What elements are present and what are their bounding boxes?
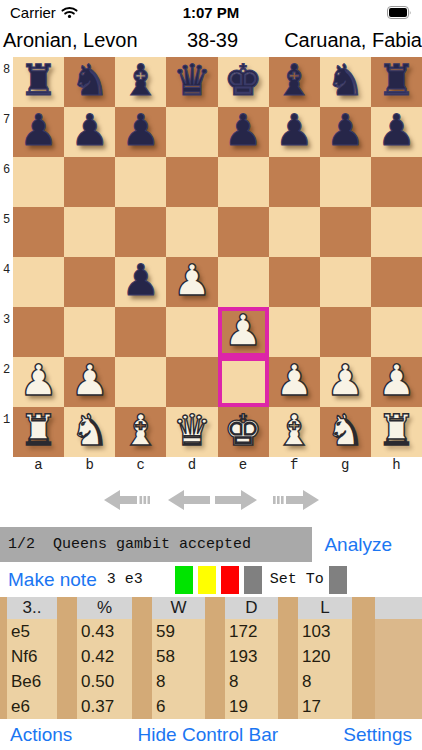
- square-h2[interactable]: ♟: [371, 357, 422, 407]
- rank-label-3: 3: [0, 307, 13, 357]
- black-pawn-a7: ♟: [19, 109, 58, 152]
- moves-table-header: 3..%WDL: [0, 597, 422, 619]
- white-pawn-h2: ♟: [377, 359, 416, 402]
- moves-table-row-Nf6[interactable]: Nf60.4258193120: [0, 644, 422, 669]
- square-e2[interactable]: [218, 357, 269, 407]
- square-e7[interactable]: ♟: [218, 107, 269, 157]
- table-gutter: [57, 644, 77, 669]
- square-e3[interactable]: ♟: [218, 307, 269, 357]
- white-pawn-a2: ♟: [19, 359, 58, 402]
- rank-label-8: 8: [0, 57, 13, 107]
- black-bishop-f8: ♝: [275, 59, 314, 102]
- square-c3[interactable]: [115, 307, 166, 357]
- square-a5[interactable]: [13, 207, 64, 257]
- analyze-button[interactable]: Analyze: [324, 527, 392, 562]
- square-f5[interactable]: [269, 207, 320, 257]
- square-c4[interactable]: ♟: [115, 257, 166, 307]
- square-a6[interactable]: [13, 157, 64, 207]
- square-d8[interactable]: ♛: [166, 57, 217, 107]
- table-gutter: [278, 597, 298, 619]
- board-area: 87654321 ♜♞♝♛♚♝♞♜♟♟♟♟♟♟♟♟♟♟♟♟♟♟♟♜♞♝♛♚♝♞♜: [0, 57, 422, 457]
- square-c7[interactable]: ♟: [115, 107, 166, 157]
- square-c1[interactable]: ♝: [115, 407, 166, 457]
- square-c5[interactable]: [115, 207, 166, 257]
- square-b7[interactable]: ♟: [64, 107, 115, 157]
- table-cell: [375, 619, 422, 644]
- square-h5[interactable]: [371, 207, 422, 257]
- moves-table-row-Be6[interactable]: Be60.50888: [0, 669, 422, 694]
- table-cell: 8: [298, 669, 352, 694]
- table-gutter: [132, 694, 152, 719]
- white-pawn-d4: ♟: [173, 259, 212, 302]
- marker-color-1[interactable]: [198, 566, 216, 594]
- column-header-2: W: [152, 597, 205, 619]
- battery-icon: [387, 6, 412, 19]
- table-gutter: [57, 619, 77, 644]
- white-knight-g1: ♞: [326, 409, 365, 452]
- table-gutter: [205, 619, 225, 644]
- black-pawn-e7: ♟: [224, 109, 263, 152]
- black-rook-h8: ♜: [377, 59, 416, 102]
- table-gutter: [205, 694, 225, 719]
- rank-label-4: 4: [0, 257, 13, 307]
- square-f6[interactable]: [269, 157, 320, 207]
- hide-control-bar-button[interactable]: Hide Control Bar: [72, 724, 343, 746]
- table-gutter: [352, 644, 375, 669]
- square-d3[interactable]: [166, 307, 217, 357]
- black-pawn-c4: ♟: [122, 259, 161, 302]
- square-d7[interactable]: [166, 107, 217, 157]
- table-gutter: [278, 669, 298, 694]
- square-d6[interactable]: [166, 157, 217, 207]
- square-f3[interactable]: [269, 307, 320, 357]
- square-g7[interactable]: ♟: [320, 107, 371, 157]
- square-g5[interactable]: [320, 207, 371, 257]
- file-label-a: a: [13, 457, 64, 473]
- table-gutter: [132, 669, 152, 694]
- square-h7[interactable]: ♟: [371, 107, 422, 157]
- white-rook-a1: ♜: [19, 409, 58, 452]
- black-king-e8: ♚: [224, 59, 263, 102]
- square-g2[interactable]: ♟: [320, 357, 371, 407]
- file-label-c: c: [115, 457, 166, 473]
- square-d2[interactable]: [166, 357, 217, 407]
- opening-bar: 1/2 Queens gambit accepted: [0, 527, 312, 562]
- table-cell: 19: [225, 694, 278, 719]
- square-g4[interactable]: [320, 257, 371, 307]
- table-gutter: [132, 644, 152, 669]
- black-rook-a8: ♜: [19, 59, 58, 102]
- table-cell: 0.37: [77, 694, 132, 719]
- table-gutter: [205, 644, 225, 669]
- game-result: 1/2: [0, 536, 35, 553]
- black-pawn-h7: ♟: [377, 109, 416, 152]
- move-navigation: [0, 473, 422, 527]
- note-row: Make note 3 e3 Set To: [0, 562, 422, 597]
- settings-button[interactable]: Settings: [343, 724, 412, 746]
- black-bishop-c8: ♝: [122, 59, 161, 102]
- rank-label-6: 6: [0, 157, 13, 207]
- black-pawn-g7: ♟: [326, 109, 365, 152]
- square-c6[interactable]: [115, 157, 166, 207]
- file-label-b: b: [64, 457, 115, 473]
- table-cell: 120: [298, 644, 352, 669]
- table-gutter: [352, 597, 375, 619]
- black-queen-d8: ♛: [173, 59, 212, 102]
- bottom-bar: Actions Hide Control Bar Settings: [0, 719, 422, 750]
- file-label-e: e: [218, 457, 269, 473]
- set-to-label: Set To: [270, 571, 324, 588]
- table-gutter: [0, 694, 7, 719]
- square-d1[interactable]: ♛: [166, 407, 217, 457]
- square-a7[interactable]: ♟: [13, 107, 64, 157]
- square-h3[interactable]: [371, 307, 422, 357]
- table-gutter: [278, 694, 298, 719]
- square-a3[interactable]: [13, 307, 64, 357]
- table-cell: 6: [152, 694, 205, 719]
- black-knight-g8: ♞: [326, 59, 365, 102]
- white-king-e1: ♚: [224, 409, 263, 452]
- square-b3[interactable]: [64, 307, 115, 357]
- white-pawn-f2: ♟: [275, 359, 314, 402]
- square-b2[interactable]: ♟: [64, 357, 115, 407]
- square-e4[interactable]: [218, 257, 269, 307]
- white-rook-h1: ♜: [377, 409, 416, 452]
- file-label-d: d: [166, 457, 217, 473]
- table-cell: 172: [225, 619, 278, 644]
- square-e5[interactable]: [218, 207, 269, 257]
- black-knight-b8: ♞: [70, 59, 109, 102]
- square-a8[interactable]: ♜: [13, 57, 64, 107]
- marker-color-buttons: [175, 566, 267, 594]
- set-to-color-button[interactable]: [329, 566, 347, 594]
- jump-to-end-button[interactable]: [273, 488, 319, 512]
- game-header: Aronian, Levon 38-39 Caruana, Fabia: [0, 24, 422, 57]
- white-pawn-e3: ♟: [224, 309, 263, 352]
- table-gutter: [0, 669, 7, 694]
- square-d5[interactable]: [166, 207, 217, 257]
- square-f1[interactable]: ♝: [269, 407, 320, 457]
- marker-color-2[interactable]: [221, 566, 239, 594]
- table-gutter: [205, 597, 225, 619]
- square-g3[interactable]: [320, 307, 371, 357]
- moves-table-row-e5[interactable]: e50.4359172103: [0, 619, 422, 644]
- square-f2[interactable]: ♟: [269, 357, 320, 407]
- make-note-button[interactable]: Make note: [8, 569, 97, 591]
- file-label-h: h: [371, 457, 422, 473]
- table-cell: 0.43: [77, 619, 132, 644]
- square-h8[interactable]: ♜: [371, 57, 422, 107]
- table-cell: 8: [152, 669, 205, 694]
- square-f8[interactable]: ♝: [269, 57, 320, 107]
- table-gutter: [205, 669, 225, 694]
- chess-board[interactable]: ♜♞♝♛♚♝♞♜♟♟♟♟♟♟♟♟♟♟♟♟♟♟♟♜♞♝♛♚♝♞♜: [13, 57, 422, 457]
- square-h4[interactable]: [371, 257, 422, 307]
- square-e1[interactable]: ♚: [218, 407, 269, 457]
- table-gutter: [132, 619, 152, 644]
- file-label-f: f: [269, 457, 320, 473]
- table-cell: 58: [152, 644, 205, 669]
- black-pawn-f7: ♟: [275, 109, 314, 152]
- square-a4[interactable]: [13, 257, 64, 307]
- wifi-icon: [61, 6, 78, 18]
- square-d4[interactable]: ♟: [166, 257, 217, 307]
- square-a1[interactable]: ♜: [13, 407, 64, 457]
- black-pawn-c7: ♟: [122, 109, 161, 152]
- table-cell: Nf6: [7, 644, 57, 669]
- square-b5[interactable]: [64, 207, 115, 257]
- file-labels: abcdefgh: [13, 457, 422, 473]
- moves-table-row-e6[interactable]: e60.3761917: [0, 694, 422, 719]
- opening-row: 1/2 Queens gambit accepted Analyze: [0, 527, 422, 562]
- table-gutter: [352, 694, 375, 719]
- white-pawn-g2: ♟: [326, 359, 365, 402]
- table-gutter: [352, 669, 375, 694]
- square-b4[interactable]: [64, 257, 115, 307]
- table-cell: e6: [7, 694, 57, 719]
- table-gutter: [57, 597, 77, 619]
- table-gutter: [0, 597, 7, 619]
- current-move-label: 3 e3: [107, 571, 143, 588]
- square-b8[interactable]: ♞: [64, 57, 115, 107]
- square-b6[interactable]: [64, 157, 115, 207]
- table-cell: 0.50: [77, 669, 132, 694]
- move-range: 38-39: [187, 29, 238, 52]
- table-gutter: [57, 694, 77, 719]
- column-header-1: %: [77, 597, 132, 619]
- next-move-button[interactable]: [215, 488, 257, 512]
- column-header-4: L: [298, 597, 352, 619]
- rank-label-5: 5: [0, 207, 13, 257]
- white-bishop-c1: ♝: [122, 409, 161, 452]
- table-cell: 0.42: [77, 644, 132, 669]
- black-pawn-b7: ♟: [70, 109, 109, 152]
- file-label-g: g: [320, 457, 371, 473]
- black-player-name: Caruana, Fabia: [238, 29, 422, 52]
- table-gutter: [278, 619, 298, 644]
- actions-button[interactable]: Actions: [10, 724, 72, 746]
- opening-name: Queens gambit accepted: [53, 536, 251, 553]
- square-b1[interactable]: ♞: [64, 407, 115, 457]
- white-knight-b1: ♞: [70, 409, 109, 452]
- table-gutter: [0, 619, 7, 644]
- table-cell: 8: [225, 669, 278, 694]
- square-c2[interactable]: [115, 357, 166, 407]
- square-g1[interactable]: ♞: [320, 407, 371, 457]
- square-c8[interactable]: ♝: [115, 57, 166, 107]
- square-h6[interactable]: [371, 157, 422, 207]
- table-gutter: [278, 644, 298, 669]
- square-h1[interactable]: ♜: [371, 407, 422, 457]
- moves-table: 3..%WDLe50.4359172103Nf60.4258193120Be60…: [0, 597, 422, 719]
- rank-labels: 87654321: [0, 57, 13, 457]
- table-cell: 103: [298, 619, 352, 644]
- square-f4[interactable]: [269, 257, 320, 307]
- square-g8[interactable]: ♞: [320, 57, 371, 107]
- white-pawn-b2: ♟: [70, 359, 109, 402]
- rank-label-1: 1: [0, 407, 13, 457]
- jump-to-start-button[interactable]: [104, 488, 150, 512]
- marker-color-3[interactable]: [244, 566, 262, 594]
- square-a2[interactable]: ♟: [13, 357, 64, 407]
- table-gutter: [57, 669, 77, 694]
- table-gutter: [352, 619, 375, 644]
- table-cell: [375, 644, 422, 669]
- status-bar: Carrier 1:07 PM: [0, 0, 422, 24]
- square-f7[interactable]: ♟: [269, 107, 320, 157]
- table-cell: [375, 694, 422, 719]
- marker-color-0[interactable]: [175, 566, 193, 594]
- square-g6[interactable]: [320, 157, 371, 207]
- white-player-name: Aronian, Levon: [0, 29, 187, 52]
- column-header-0: 3..: [7, 597, 57, 619]
- white-queen-d1: ♛: [173, 409, 212, 452]
- table-cell: e5: [7, 619, 57, 644]
- rank-label-2: 2: [0, 357, 13, 407]
- table-gutter: [0, 644, 7, 669]
- table-cell: 17: [298, 694, 352, 719]
- square-e8[interactable]: ♚: [218, 57, 269, 107]
- square-e6[interactable]: [218, 157, 269, 207]
- table-cell: Be6: [7, 669, 57, 694]
- carrier-label: Carrier: [10, 4, 56, 21]
- previous-move-button[interactable]: [168, 488, 210, 512]
- rank-label-7: 7: [0, 107, 13, 157]
- table-cell: 193: [225, 644, 278, 669]
- column-header-5: [375, 597, 422, 619]
- column-header-3: D: [225, 597, 278, 619]
- table-gutter: [132, 597, 152, 619]
- white-bishop-f1: ♝: [275, 409, 314, 452]
- table-cell: 59: [152, 619, 205, 644]
- table-cell: [375, 669, 422, 694]
